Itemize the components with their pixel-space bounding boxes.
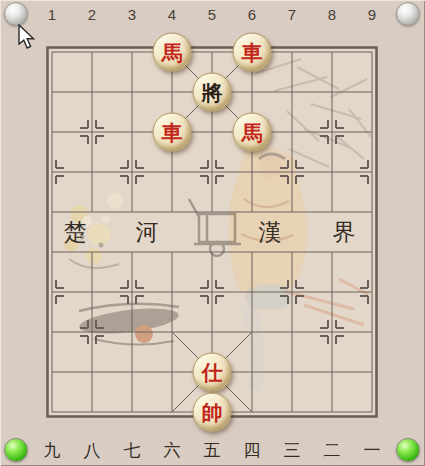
sphere-button-top-right[interactable] <box>396 2 420 26</box>
piece-character: 仕 <box>202 362 223 383</box>
bottom-file-label: 六 <box>164 439 181 462</box>
sphere-button-bottom-right[interactable] <box>396 438 420 462</box>
mouse-cursor-icon <box>17 24 39 50</box>
top-file-label: 8 <box>328 6 336 23</box>
piece-character: 車 <box>162 122 183 143</box>
top-file-label: 6 <box>248 6 256 23</box>
top-file-label: 4 <box>168 6 176 23</box>
sphere-button-bottom-left[interactable] <box>4 438 28 462</box>
piece-red-advisor[interactable]: 仕 <box>193 353 232 392</box>
bottom-file-label: 九 <box>44 439 61 462</box>
top-file-label: 3 <box>128 6 136 23</box>
river-character: 楚 <box>64 217 87 248</box>
river-character: 界 <box>333 217 356 248</box>
top-file-label: 5 <box>208 6 216 23</box>
river-character: 河 <box>136 217 159 248</box>
bottom-file-label: 四 <box>244 439 261 462</box>
piece-red-general[interactable]: 帥 <box>193 393 232 432</box>
piece-character: 車 <box>242 42 263 63</box>
xiangqi-app-window: 123456789九八七六五四三二一 楚河漢界 馬車將車馬仕帥 <box>0 0 425 466</box>
piece-red-horse[interactable]: 馬 <box>233 113 272 152</box>
piece-red-horse[interactable]: 馬 <box>153 33 192 72</box>
bottom-file-label: 一 <box>364 439 381 462</box>
top-file-label: 9 <box>368 6 376 23</box>
piece-red-chariot[interactable]: 車 <box>233 33 272 72</box>
bottom-file-label: 七 <box>124 439 141 462</box>
bottom-file-label: 三 <box>284 439 301 462</box>
river-character: 漢 <box>259 217 282 248</box>
piece-character: 馬 <box>162 42 183 63</box>
bottom-file-label: 五 <box>204 439 221 462</box>
piece-red-chariot[interactable]: 車 <box>153 113 192 152</box>
bottom-file-label: 八 <box>84 439 101 462</box>
piece-character: 帥 <box>202 402 223 423</box>
piece-black-general[interactable]: 將 <box>193 73 232 112</box>
piece-character: 將 <box>202 82 223 103</box>
top-file-label: 7 <box>288 6 296 23</box>
piece-character: 馬 <box>242 122 263 143</box>
bottom-file-label: 二 <box>324 439 341 462</box>
top-file-label: 1 <box>48 6 56 23</box>
sphere-button-top-left[interactable] <box>4 2 28 26</box>
top-file-label: 2 <box>88 6 96 23</box>
